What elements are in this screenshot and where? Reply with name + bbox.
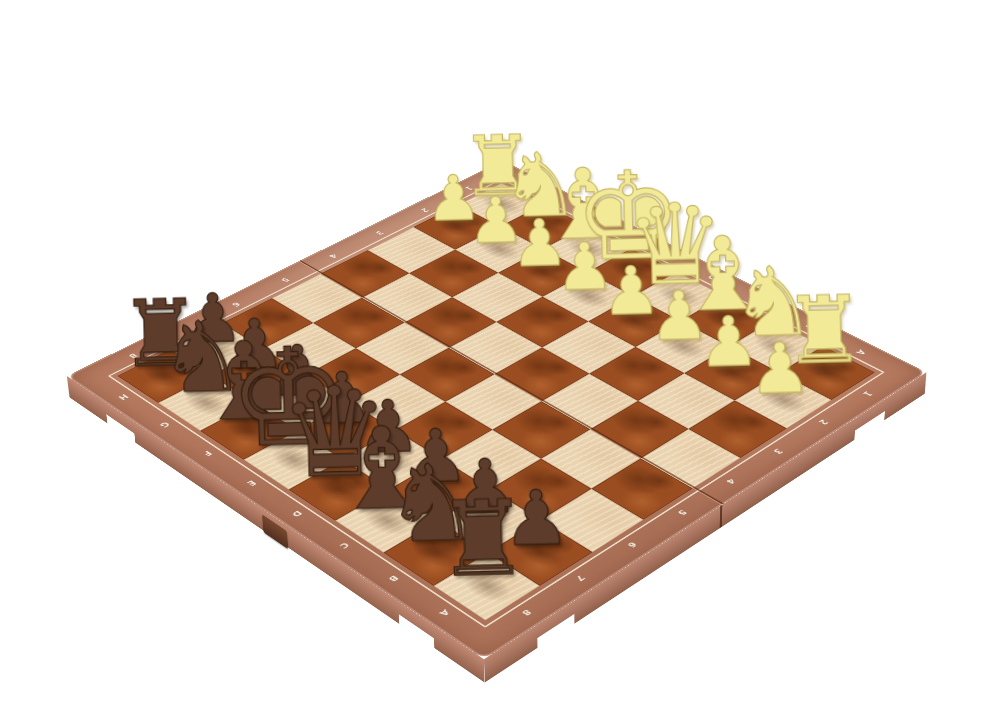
coordinate-label-5: 5	[676, 508, 690, 516]
coordinate-label-5: 5	[280, 276, 292, 282]
black-rook-icon: ♜	[435, 489, 530, 590]
coordinate-label-H: H	[116, 393, 129, 401]
coordinate-label-D: D	[290, 509, 305, 518]
frame-foot-notch	[399, 614, 435, 649]
coordinate-label-3: 3	[374, 230, 385, 236]
chess-board: HHGGFFEEDDCCBBAA1122334455667788♜♞♝♛♚♝♞♜…	[67, 160, 926, 659]
coordinate-label-C: C	[337, 541, 351, 550]
chessboard-scene: HHGGFFEEDDCCBBAA1122334455667788♜♞♝♛♚♝♞♜…	[0, 0, 1000, 707]
coordinate-label-A: A	[437, 608, 452, 618]
coordinate-label-B: B	[386, 574, 401, 583]
frame-foot-notch	[106, 414, 135, 443]
coordinate-label-G: G	[157, 420, 171, 428]
frame-foot-notch	[537, 614, 574, 649]
coordinate-label-2: 2	[817, 418, 830, 426]
camera-tilt-wrapper: HHGGFFEEDDCCBBAA1122334455667788♜♞♝♛♚♝♞♜…	[0, 0, 1000, 707]
coordinate-label-8: 8	[520, 608, 534, 617]
coordinate-label-7: 7	[574, 573, 588, 582]
coordinate-label-6: 6	[626, 540, 640, 549]
coordinate-label-3: 3	[771, 447, 785, 455]
frame-foot-notch	[854, 411, 885, 441]
product-photo-stage: HHGGFFEEDDCCBBAA1122334455667788♜♞♝♛♚♝♞♜…	[0, 0, 1000, 707]
coordinate-label-E: E	[245, 479, 258, 487]
coordinate-label-4: 4	[724, 477, 738, 485]
side-fold-seam	[720, 505, 723, 529]
coordinate-label-4: 4	[327, 253, 339, 259]
white-pawn-icon: ♟	[748, 335, 812, 402]
coordinate-label-1: 1	[861, 390, 874, 397]
board-clasp	[262, 514, 288, 549]
coordinate-label-F: F	[201, 449, 214, 457]
